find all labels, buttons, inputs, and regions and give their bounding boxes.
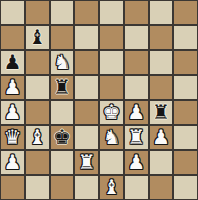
square-f3[interactable]: ♜ [125, 126, 148, 149]
black-pawn: ♟ [3, 52, 21, 72]
square-d6[interactable] [75, 51, 98, 74]
square-b4[interactable] [26, 101, 49, 124]
square-d3[interactable] [75, 126, 98, 149]
square-f2[interactable]: ♟ [125, 151, 148, 174]
square-a6[interactable]: ♟ [1, 51, 24, 74]
square-b7[interactable]: ♝ [26, 26, 49, 49]
square-a2[interactable]: ♟ [1, 151, 24, 174]
square-b2[interactable] [26, 151, 49, 174]
square-d5[interactable] [75, 76, 98, 99]
white-king: ♚ [102, 102, 120, 122]
square-e3[interactable]: ♞ [100, 126, 123, 149]
white-knight: ♞ [102, 127, 120, 147]
square-g5[interactable] [150, 76, 173, 99]
white-pawn: ♟ [3, 77, 21, 97]
square-a4[interactable]: ♟ [1, 101, 24, 124]
square-d8[interactable] [75, 1, 98, 24]
square-e2[interactable] [100, 151, 123, 174]
square-d4[interactable] [75, 101, 98, 124]
square-a8[interactable] [1, 1, 24, 24]
white-pawn: ♟ [127, 152, 145, 172]
square-e8[interactable] [100, 1, 123, 24]
white-pawn: ♟ [152, 127, 170, 147]
square-e4[interactable]: ♚ [100, 101, 123, 124]
square-f1[interactable] [125, 176, 148, 199]
white-bishop: ♝ [102, 177, 120, 197]
square-h1[interactable] [174, 176, 197, 199]
square-b1[interactable] [26, 176, 49, 199]
white-pawn: ♟ [3, 102, 21, 122]
square-c8[interactable] [51, 1, 74, 24]
square-b3[interactable]: ♝ [26, 126, 49, 149]
square-c7[interactable] [51, 26, 74, 49]
white-bishop: ♝ [28, 127, 46, 147]
square-g7[interactable] [150, 26, 173, 49]
square-g8[interactable] [150, 1, 173, 24]
square-f5[interactable] [125, 76, 148, 99]
black-bishop: ♝ [28, 27, 46, 47]
square-f4[interactable]: ♟ [125, 101, 148, 124]
square-g1[interactable] [150, 176, 173, 199]
square-e1[interactable]: ♝ [100, 176, 123, 199]
square-a5[interactable]: ♟ [1, 76, 24, 99]
square-c6[interactable]: ♞ [51, 51, 74, 74]
chess-diagram: ♝♟♞♟♜♟♚♟♜♛♝♚♞♜♟♟♜♟♝ [0, 0, 198, 200]
square-g2[interactable] [150, 151, 173, 174]
square-f6[interactable] [125, 51, 148, 74]
square-c1[interactable] [51, 176, 74, 199]
chess-board: ♝♟♞♟♜♟♚♟♜♛♝♚♞♜♟♟♜♟♝ [0, 0, 198, 200]
black-rook: ♜ [152, 102, 170, 122]
square-g4[interactable]: ♜ [150, 101, 173, 124]
square-a1[interactable] [1, 176, 24, 199]
white-pawn: ♟ [127, 102, 145, 122]
black-king: ♚ [53, 127, 71, 147]
square-f7[interactable] [125, 26, 148, 49]
black-rook: ♜ [53, 77, 71, 97]
square-h8[interactable] [174, 1, 197, 24]
square-d2[interactable]: ♜ [75, 151, 98, 174]
square-h2[interactable] [174, 151, 197, 174]
square-d1[interactable] [75, 176, 98, 199]
square-b6[interactable] [26, 51, 49, 74]
white-pawn: ♟ [3, 152, 21, 172]
white-queen: ♛ [3, 127, 21, 147]
square-a7[interactable] [1, 26, 24, 49]
square-h4[interactable] [174, 101, 197, 124]
square-e5[interactable] [100, 76, 123, 99]
square-g3[interactable]: ♟ [150, 126, 173, 149]
square-b5[interactable] [26, 76, 49, 99]
square-g6[interactable] [150, 51, 173, 74]
square-a3[interactable]: ♛ [1, 126, 24, 149]
square-d7[interactable] [75, 26, 98, 49]
white-knight: ♞ [53, 52, 71, 72]
white-rook: ♜ [78, 152, 96, 172]
square-c2[interactable] [51, 151, 74, 174]
square-f8[interactable] [125, 1, 148, 24]
white-rook: ♜ [127, 127, 145, 147]
square-c5[interactable]: ♜ [51, 76, 74, 99]
square-c3[interactable]: ♚ [51, 126, 74, 149]
square-h5[interactable] [174, 76, 197, 99]
square-e6[interactable] [100, 51, 123, 74]
square-e7[interactable] [100, 26, 123, 49]
square-h7[interactable] [174, 26, 197, 49]
square-h6[interactable] [174, 51, 197, 74]
square-c4[interactable] [51, 101, 74, 124]
square-h3[interactable] [174, 126, 197, 149]
square-b8[interactable] [26, 1, 49, 24]
